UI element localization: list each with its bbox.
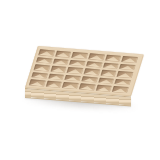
- tray-cell: [69, 60, 85, 67]
- tray-cell: [38, 49, 54, 56]
- tray-cell: [103, 62, 119, 69]
- tray-cell: [72, 52, 88, 59]
- tray-cell: [29, 80, 45, 87]
- tray-cell: [34, 64, 50, 71]
- tray-cell: [31, 72, 47, 79]
- tray-cell: [98, 77, 114, 84]
- tray-cell: [46, 81, 62, 88]
- tray-cell: [96, 85, 112, 92]
- tray-cell: [100, 70, 116, 77]
- tray-cell: [81, 76, 97, 83]
- tray-cell: [117, 71, 133, 78]
- tray-grid: [29, 49, 138, 93]
- tray-cell: [50, 66, 66, 73]
- tray-cell: [84, 68, 100, 75]
- tray-cell: [115, 79, 131, 86]
- tray-cell: [53, 58, 69, 65]
- tray-cell: [55, 51, 71, 58]
- tray-cell: [62, 82, 78, 89]
- tray-cell: [36, 57, 52, 64]
- tray-cell: [48, 73, 64, 80]
- tray-cell: [88, 53, 104, 60]
- tray-cell: [67, 67, 83, 74]
- tray-cell: [79, 84, 95, 91]
- tray-cell: [65, 75, 81, 82]
- tray-cell: [112, 86, 128, 93]
- product-photo-stage: [0, 0, 160, 160]
- tray-cell: [119, 64, 135, 71]
- tray-cell: [122, 56, 138, 63]
- tray-cell: [86, 61, 102, 68]
- tray-top-face: [25, 46, 144, 96]
- tray-cell: [105, 55, 121, 62]
